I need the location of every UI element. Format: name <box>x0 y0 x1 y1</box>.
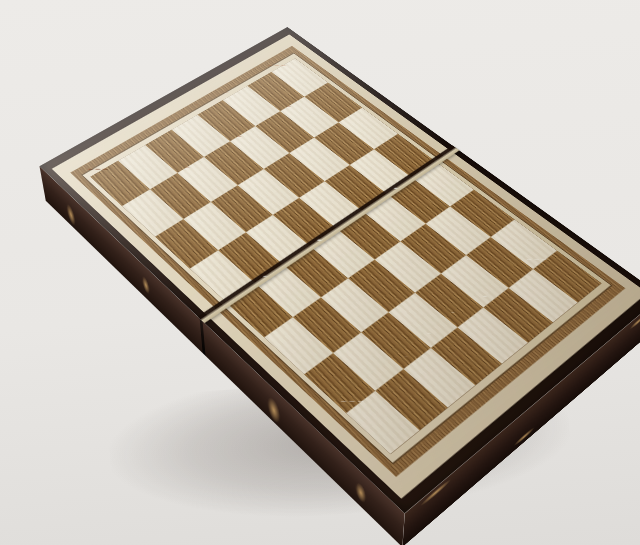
wear-mark <box>65 201 76 229</box>
wear-mark <box>141 274 150 297</box>
wear-mark <box>355 479 366 506</box>
photo-scene: ♜♝♞♛♚♝♞♜♟♟♟♜♞♝♛♚♝♞♜♟♟♟ <box>0 0 640 545</box>
piece-glyph: ♝ <box>468 293 504 333</box>
light-rook-h1[interactable]: ♜ <box>522 257 554 293</box>
light-bishop-f1[interactable]: ♝ <box>468 293 504 333</box>
piece-glyph: ♜ <box>522 257 554 293</box>
